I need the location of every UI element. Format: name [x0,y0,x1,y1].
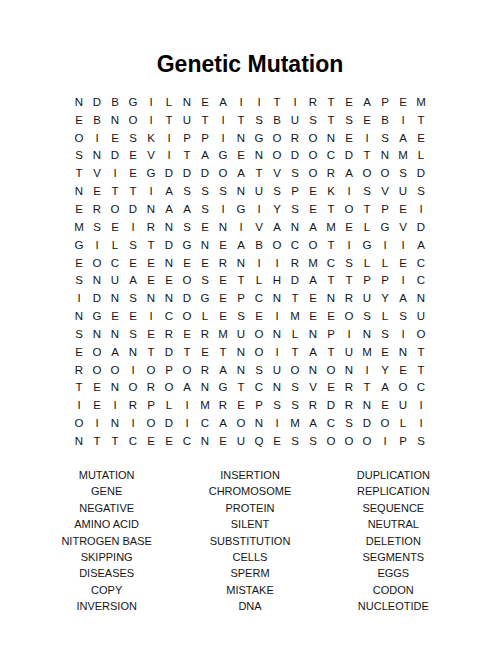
grid-cell-r13c18[interactable]: L [376,307,394,325]
grid-cell-r15c1[interactable]: E [70,343,88,361]
grid-cell-r2c10[interactable]: T [232,111,250,129]
grid-cell-r9c8[interactable]: N [196,236,214,254]
grid-cell-r18c15[interactable]: D [322,396,340,414]
grid-cell-r15c17[interactable]: M [358,343,376,361]
grid-cell-r16c4[interactable]: I [124,361,142,379]
grid-cell-r14c9[interactable]: M [214,325,232,343]
grid-cell-r1c9[interactable]: A [214,93,232,111]
grid-cell-r1c12[interactable]: T [268,93,286,111]
grid-cell-r10c19[interactable]: E [394,254,412,272]
grid-cell-r19c2[interactable]: I [88,414,106,432]
grid-cell-r10c5[interactable]: E [142,254,160,272]
grid-cell-r7c5[interactable]: N [142,200,160,218]
grid-cell-r11c18[interactable]: P [376,271,394,289]
grid-cell-r5c2[interactable]: V [88,164,106,182]
grid-cell-r12c2[interactable]: D [88,289,106,307]
grid-cell-r5c3[interactable]: I [106,164,124,182]
grid-cell-r3c4[interactable]: S [124,129,142,147]
grid-cell-r8c16[interactable]: E [340,218,358,236]
grid-cell-r11c17[interactable]: P [358,271,376,289]
grid-cell-r2c17[interactable]: E [358,111,376,129]
grid-cell-r10c12[interactable]: I [268,254,286,272]
grid-cell-r13c9[interactable]: E [214,307,232,325]
grid-cell-r19c10[interactable]: O [232,414,250,432]
grid-cell-r2c1[interactable]: E [70,111,88,129]
grid-cell-r8c12[interactable]: A [268,218,286,236]
grid-cell-r9c4[interactable]: S [124,236,142,254]
grid-cell-r14c13[interactable]: L [286,325,304,343]
grid-cell-r8c20[interactable]: D [412,218,430,236]
grid-cell-r3c18[interactable]: S [376,129,394,147]
grid-cell-r1c3[interactable]: B [106,93,124,111]
grid-cell-r14c5[interactable]: E [142,325,160,343]
grid-cell-r15c13[interactable]: T [286,343,304,361]
grid-cell-r4c12[interactable]: O [268,147,286,165]
grid-cell-r5c18[interactable]: O [376,164,394,182]
grid-cell-r2c14[interactable]: S [304,111,322,129]
grid-cell-r20c20[interactable]: S [412,432,430,450]
grid-cell-r20c10[interactable]: U [232,432,250,450]
grid-cell-r3c13[interactable]: R [286,129,304,147]
grid-cell-r1c13[interactable]: I [286,93,304,111]
grid-cell-r17c17[interactable]: T [358,379,376,397]
grid-cell-r19c18[interactable]: O [376,414,394,432]
grid-cell-r10c3[interactable]: C [106,254,124,272]
grid-cell-r14c8[interactable]: R [196,325,214,343]
grid-cell-r4c11[interactable]: N [250,147,268,165]
grid-cell-r3c8[interactable]: P [196,129,214,147]
grid-cell-r2c11[interactable]: S [250,111,268,129]
grid-cell-r13c6[interactable]: C [160,307,178,325]
grid-cell-r16c15[interactable]: O [322,361,340,379]
grid-cell-r1c15[interactable]: T [322,93,340,111]
grid-cell-r18c6[interactable]: L [160,396,178,414]
grid-cell-r3c9[interactable]: I [214,129,232,147]
grid-cell-r15c12[interactable]: I [268,343,286,361]
grid-cell-r5c4[interactable]: E [124,164,142,182]
grid-cell-r6c20[interactable]: S [412,182,430,200]
grid-cell-r16c18[interactable]: Y [376,361,394,379]
grid-cell-r8c17[interactable]: L [358,218,376,236]
grid-cell-r12c1[interactable]: I [70,289,88,307]
grid-cell-r14c7[interactable]: E [178,325,196,343]
grid-cell-r20c2[interactable]: T [88,432,106,450]
grid-cell-r11c6[interactable]: E [160,271,178,289]
grid-cell-r7c10[interactable]: G [232,200,250,218]
grid-cell-r11c10[interactable]: T [232,271,250,289]
grid-cell-r15c5[interactable]: T [142,343,160,361]
grid-cell-r16c14[interactable]: N [304,361,322,379]
grid-cell-r3c3[interactable]: E [106,129,124,147]
grid-cell-r9c14[interactable]: O [304,236,322,254]
grid-cell-r8c1[interactable]: M [70,218,88,236]
grid-cell-r15c20[interactable]: T [412,343,430,361]
grid-cell-r15c9[interactable]: T [214,343,232,361]
grid-cell-r12c4[interactable]: S [124,289,142,307]
grid-cell-r17c10[interactable]: T [232,379,250,397]
grid-cell-r16c8[interactable]: R [196,361,214,379]
grid-cell-r18c14[interactable]: R [304,396,322,414]
grid-cell-r15c8[interactable]: E [196,343,214,361]
grid-cell-r8c6[interactable]: N [160,218,178,236]
grid-cell-r13c4[interactable]: E [124,307,142,325]
grid-cell-r18c16[interactable]: R [340,396,358,414]
grid-cell-r19c6[interactable]: D [160,414,178,432]
grid-cell-r12c12[interactable]: N [268,289,286,307]
grid-cell-r19c11[interactable]: N [250,414,268,432]
grid-cell-r7c14[interactable]: E [304,200,322,218]
grid-cell-r14c14[interactable]: N [304,325,322,343]
grid-cell-r10c16[interactable]: S [340,254,358,272]
grid-cell-r10c15[interactable]: C [322,254,340,272]
grid-cell-r7c9[interactable]: I [214,200,232,218]
grid-cell-r6c13[interactable]: P [286,182,304,200]
grid-cell-r18c2[interactable]: E [88,396,106,414]
grid-cell-r16c1[interactable]: R [70,361,88,379]
grid-cell-r4c20[interactable]: L [412,147,430,165]
grid-cell-r10c1[interactable]: E [70,254,88,272]
grid-cell-r13c11[interactable]: E [250,307,268,325]
grid-cell-r14c3[interactable]: N [106,325,124,343]
grid-cell-r3c14[interactable]: O [304,129,322,147]
grid-cell-r7c3[interactable]: O [106,200,124,218]
grid-cell-r15c3[interactable]: A [106,343,124,361]
grid-cell-r19c20[interactable]: I [412,414,430,432]
grid-cell-r2c12[interactable]: B [268,111,286,129]
grid-cell-r6c5[interactable]: I [142,182,160,200]
grid-cell-r18c19[interactable]: U [394,396,412,414]
grid-cell-r1c11[interactable]: I [250,93,268,111]
grid-cell-r3c11[interactable]: G [250,129,268,147]
grid-cell-r5c1[interactable]: T [70,164,88,182]
grid-cell-r5c9[interactable]: O [214,164,232,182]
grid-cell-r17c16[interactable]: R [340,379,358,397]
grid-cell-r9c3[interactable]: L [106,236,124,254]
grid-cell-r7c12[interactable]: Y [268,200,286,218]
grid-cell-r10c4[interactable]: E [124,254,142,272]
grid-cell-r14c16[interactable]: I [340,325,358,343]
grid-cell-r2c19[interactable]: I [394,111,412,129]
grid-cell-r15c4[interactable]: N [124,343,142,361]
grid-cell-r9c2[interactable]: I [88,236,106,254]
grid-cell-r7c16[interactable]: O [340,200,358,218]
grid-cell-r4c7[interactable]: T [178,147,196,165]
grid-cell-r18c5[interactable]: P [142,396,160,414]
grid-cell-r5c5[interactable]: G [142,164,160,182]
grid-cell-r9c19[interactable]: I [394,236,412,254]
grid-cell-r8c7[interactable]: S [178,218,196,236]
grid-cell-r4c4[interactable]: E [124,147,142,165]
grid-cell-r6c16[interactable]: I [340,182,358,200]
grid-cell-r4c15[interactable]: C [322,147,340,165]
grid-cell-r2c13[interactable]: U [286,111,304,129]
grid-cell-r20c12[interactable]: E [268,432,286,450]
grid-cell-r7c11[interactable]: I [250,200,268,218]
grid-cell-r13c7[interactable]: O [178,307,196,325]
grid-cell-r17c13[interactable]: S [286,379,304,397]
grid-cell-r1c6[interactable]: L [160,93,178,111]
grid-cell-r14c4[interactable]: S [124,325,142,343]
grid-cell-r16c13[interactable]: O [286,361,304,379]
grid-cell-r19c4[interactable]: I [124,414,142,432]
grid-cell-r3c6[interactable]: I [160,129,178,147]
grid-cell-r10c8[interactable]: E [196,254,214,272]
grid-cell-r19c16[interactable]: S [340,414,358,432]
grid-cell-r6c8[interactable]: S [196,182,214,200]
grid-cell-r2c4[interactable]: O [124,111,142,129]
grid-cell-r2c15[interactable]: T [322,111,340,129]
grid-cell-r9c1[interactable]: G [70,236,88,254]
grid-cell-r19c3[interactable]: N [106,414,124,432]
grid-cell-r8c14[interactable]: A [304,218,322,236]
grid-cell-r12c6[interactable]: N [160,289,178,307]
grid-cell-r2c3[interactable]: N [106,111,124,129]
grid-cell-r4c3[interactable]: D [106,147,124,165]
grid-cell-r7c20[interactable]: I [412,200,430,218]
grid-cell-r18c9[interactable]: R [214,396,232,414]
grid-cell-r4c16[interactable]: D [340,147,358,165]
grid-cell-r7c17[interactable]: T [358,200,376,218]
grid-cell-r19c1[interactable]: O [70,414,88,432]
grid-cell-r2c7[interactable]: U [178,111,196,129]
grid-cell-r17c19[interactable]: O [394,379,412,397]
grid-cell-r3c2[interactable]: I [88,129,106,147]
grid-cell-r15c16[interactable]: U [340,343,358,361]
grid-cell-r8c9[interactable]: N [214,218,232,236]
grid-cell-r14c10[interactable]: U [232,325,250,343]
grid-cell-r14c18[interactable]: S [376,325,394,343]
grid-cell-r18c12[interactable]: S [268,396,286,414]
grid-cell-r7c4[interactable]: D [124,200,142,218]
grid-cell-r1c14[interactable]: R [304,93,322,111]
grid-cell-r13c5[interactable]: I [142,307,160,325]
grid-cell-r11c15[interactable]: T [322,271,340,289]
grid-cell-r6c1[interactable]: N [70,182,88,200]
grid-cell-r12c18[interactable]: Y [376,289,394,307]
grid-cell-r19c5[interactable]: O [142,414,160,432]
grid-cell-r18c11[interactable]: P [250,396,268,414]
grid-cell-r13c2[interactable]: G [88,307,106,325]
grid-cell-r12c15[interactable]: N [322,289,340,307]
grid-cell-r14c12[interactable]: N [268,325,286,343]
grid-cell-r11c4[interactable]: A [124,271,142,289]
grid-cell-r6c11[interactable]: U [250,182,268,200]
grid-cell-r6c2[interactable]: E [88,182,106,200]
grid-cell-r20c4[interactable]: C [124,432,142,450]
grid-cell-r11c19[interactable]: I [394,271,412,289]
grid-cell-r1c16[interactable]: E [340,93,358,111]
grid-cell-r7c15[interactable]: T [322,200,340,218]
grid-cell-r13c1[interactable]: N [70,307,88,325]
grid-cell-r20c13[interactable]: S [286,432,304,450]
grid-cell-r19c12[interactable]: I [268,414,286,432]
grid-cell-r17c3[interactable]: N [106,379,124,397]
grid-cell-r20c5[interactable]: E [142,432,160,450]
grid-cell-r9c11[interactable]: B [250,236,268,254]
grid-cell-r20c16[interactable]: O [340,432,358,450]
grid-cell-r6c3[interactable]: T [106,182,124,200]
grid-cell-r15c15[interactable]: T [322,343,340,361]
grid-cell-r19c13[interactable]: M [286,414,304,432]
grid-cell-r16c5[interactable]: O [142,361,160,379]
grid-cell-r8c11[interactable]: V [250,218,268,236]
grid-cell-r6c4[interactable]: T [124,182,142,200]
grid-cell-r5c13[interactable]: S [286,164,304,182]
grid-cell-r5c16[interactable]: A [340,164,358,182]
grid-cell-r16c20[interactable]: T [412,361,430,379]
grid-cell-r13c3[interactable]: E [106,307,124,325]
grid-cell-r8c5[interactable]: R [142,218,160,236]
grid-cell-r6c14[interactable]: E [304,182,322,200]
grid-cell-r3c15[interactable]: N [322,129,340,147]
grid-cell-r4c9[interactable]: G [214,147,232,165]
grid-cell-r11c16[interactable]: T [340,271,358,289]
grid-cell-r11c1[interactable]: S [70,271,88,289]
grid-cell-r8c8[interactable]: E [196,218,214,236]
grid-cell-r17c15[interactable]: E [322,379,340,397]
grid-cell-r4c1[interactable]: S [70,147,88,165]
grid-cell-r14c6[interactable]: R [160,325,178,343]
grid-cell-r19c8[interactable]: C [196,414,214,432]
grid-cell-r4c18[interactable]: N [376,147,394,165]
grid-cell-r1c10[interactable]: I [232,93,250,111]
grid-cell-r7c8[interactable]: S [196,200,214,218]
grid-cell-r9c6[interactable]: D [160,236,178,254]
grid-cell-r12c20[interactable]: N [412,289,430,307]
grid-cell-r2c2[interactable]: B [88,111,106,129]
grid-cell-r5c8[interactable]: D [196,164,214,182]
grid-cell-r9c15[interactable]: T [322,236,340,254]
grid-cell-r11c9[interactable]: E [214,271,232,289]
grid-cell-r10c18[interactable]: L [376,254,394,272]
grid-cell-r18c3[interactable]: I [106,396,124,414]
grid-cell-r12c10[interactable]: P [232,289,250,307]
grid-cell-r4c19[interactable]: M [394,147,412,165]
grid-cell-r1c17[interactable]: A [358,93,376,111]
grid-cell-r12c9[interactable]: E [214,289,232,307]
grid-cell-r19c17[interactable]: D [358,414,376,432]
grid-cell-r18c1[interactable]: I [70,396,88,414]
grid-cell-r20c18[interactable]: I [376,432,394,450]
grid-cell-r1c18[interactable]: P [376,93,394,111]
grid-cell-r6c17[interactable]: S [358,182,376,200]
grid-cell-r1c19[interactable]: E [394,93,412,111]
grid-cell-r12c5[interactable]: N [142,289,160,307]
grid-cell-r4c6[interactable]: I [160,147,178,165]
grid-cell-r7c13[interactable]: S [286,200,304,218]
grid-cell-r4c5[interactable]: V [142,147,160,165]
grid-cell-r17c8[interactable]: N [196,379,214,397]
grid-cell-r3c20[interactable]: E [412,129,430,147]
grid-cell-r20c11[interactable]: Q [250,432,268,450]
grid-cell-r4c14[interactable]: O [304,147,322,165]
grid-cell-r11c3[interactable]: U [106,271,124,289]
grid-cell-r9c10[interactable]: A [232,236,250,254]
grid-cell-r1c20[interactable]: M [412,93,430,111]
grid-cell-r19c15[interactable]: C [322,414,340,432]
grid-cell-r6c6[interactable]: A [160,182,178,200]
grid-cell-r19c9[interactable]: A [214,414,232,432]
grid-cell-r4c10[interactable]: E [232,147,250,165]
grid-cell-r2c9[interactable]: I [214,111,232,129]
grid-cell-r13c16[interactable]: O [340,307,358,325]
grid-cell-r8c2[interactable]: S [88,218,106,236]
grid-cell-r5c10[interactable]: A [232,164,250,182]
grid-cell-r8c19[interactable]: V [394,218,412,236]
grid-cell-r9c5[interactable]: T [142,236,160,254]
grid-cell-r1c1[interactable]: N [70,93,88,111]
grid-cell-r10c10[interactable]: N [232,254,250,272]
grid-cell-r1c2[interactable]: D [88,93,106,111]
grid-cell-r18c17[interactable]: N [358,396,376,414]
grid-cell-r12c13[interactable]: T [286,289,304,307]
grid-cell-r15c2[interactable]: O [88,343,106,361]
grid-cell-r1c7[interactable]: N [178,93,196,111]
grid-cell-r12c11[interactable]: C [250,289,268,307]
grid-cell-r17c1[interactable]: T [70,379,88,397]
grid-cell-r19c7[interactable]: I [178,414,196,432]
grid-cell-r6c18[interactable]: V [376,182,394,200]
grid-cell-r5c6[interactable]: D [160,164,178,182]
grid-cell-r16c7[interactable]: O [178,361,196,379]
grid-cell-r16c12[interactable]: U [268,361,286,379]
grid-cell-r14c1[interactable]: S [70,325,88,343]
grid-cell-r10c13[interactable]: R [286,254,304,272]
grid-cell-r11c12[interactable]: H [268,271,286,289]
grid-cell-r14c2[interactable]: N [88,325,106,343]
grid-cell-r11c8[interactable]: S [196,271,214,289]
grid-cell-r15c14[interactable]: A [304,343,322,361]
grid-cell-r11c13[interactable]: D [286,271,304,289]
grid-cell-r9c13[interactable]: C [286,236,304,254]
grid-cell-r5c12[interactable]: V [268,164,286,182]
grid-cell-r6c10[interactable]: N [232,182,250,200]
grid-cell-r11c5[interactable]: E [142,271,160,289]
grid-cell-r9c17[interactable]: G [358,236,376,254]
grid-cell-r13c12[interactable]: I [268,307,286,325]
grid-cell-r3c16[interactable]: E [340,129,358,147]
grid-cell-r5c20[interactable]: D [412,164,430,182]
grid-cell-r17c4[interactable]: O [124,379,142,397]
grid-cell-r16c17[interactable]: I [358,361,376,379]
grid-cell-r15c11[interactable]: O [250,343,268,361]
grid-cell-r18c18[interactable]: E [376,396,394,414]
grid-cell-r20c3[interactable]: T [106,432,124,450]
grid-cell-r11c7[interactable]: O [178,271,196,289]
grid-cell-r20c1[interactable]: N [70,432,88,450]
grid-cell-r4c8[interactable]: A [196,147,214,165]
grid-cell-r20c15[interactable]: O [322,432,340,450]
grid-cell-r9c16[interactable]: I [340,236,358,254]
grid-cell-r18c20[interactable]: I [412,396,430,414]
grid-cell-r20c7[interactable]: C [178,432,196,450]
grid-cell-r19c19[interactable]: L [394,414,412,432]
grid-cell-r2c5[interactable]: I [142,111,160,129]
grid-cell-r20c6[interactable]: E [160,432,178,450]
grid-cell-r13c13[interactable]: M [286,307,304,325]
grid-cell-r17c18[interactable]: A [376,379,394,397]
grid-cell-r2c18[interactable]: B [376,111,394,129]
grid-cell-r15c7[interactable]: T [178,343,196,361]
grid-cell-r6c12[interactable]: S [268,182,286,200]
grid-cell-r8c4[interactable]: I [124,218,142,236]
grid-cell-r16c11[interactable]: S [250,361,268,379]
grid-cell-r4c2[interactable]: N [88,147,106,165]
grid-cell-r16c10[interactable]: N [232,361,250,379]
grid-cell-r3c12[interactable]: O [268,129,286,147]
grid-cell-r12c17[interactable]: U [358,289,376,307]
grid-cell-r11c14[interactable]: A [304,271,322,289]
